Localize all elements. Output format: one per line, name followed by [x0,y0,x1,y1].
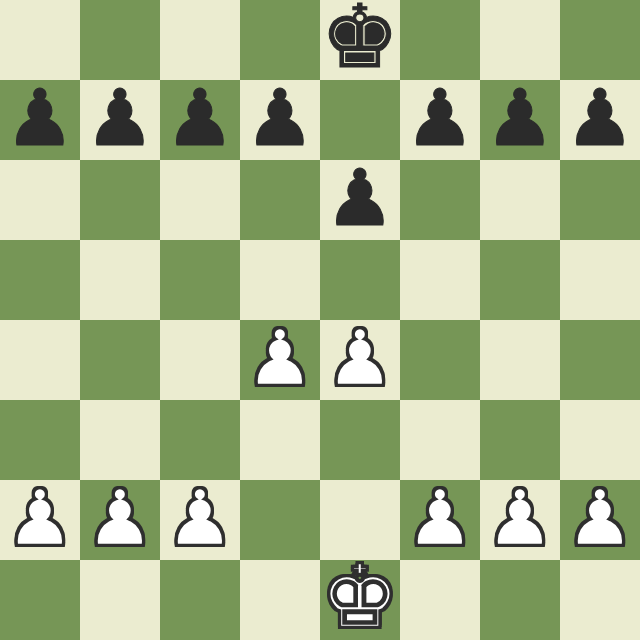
square-b1[interactable] [80,560,160,640]
square-a8[interactable] [0,0,80,80]
square-e3[interactable] [320,400,400,480]
square-a2[interactable]: ♟ [0,480,80,560]
square-h6[interactable] [560,160,640,240]
square-b5[interactable] [80,240,160,320]
square-g5[interactable] [480,240,560,320]
square-f3[interactable] [400,400,480,480]
square-b3[interactable] [80,400,160,480]
square-c7[interactable]: ♟ [160,80,240,160]
square-e4[interactable]: ♟ [320,320,400,400]
black-pawn-icon[interactable]: ♟ [325,159,395,237]
square-f7[interactable]: ♟ [400,80,480,160]
square-c1[interactable] [160,560,240,640]
square-b8[interactable] [80,0,160,80]
white-pawn-icon[interactable]: ♟ [485,479,555,557]
black-pawn-icon[interactable]: ♟ [485,79,555,157]
white-pawn-icon[interactable]: ♟ [325,319,395,397]
square-e8[interactable]: ♚ [320,0,400,80]
square-e1[interactable]: ♚ [320,560,400,640]
square-h3[interactable] [560,400,640,480]
square-g7[interactable]: ♟ [480,80,560,160]
square-g6[interactable] [480,160,560,240]
square-b2[interactable]: ♟ [80,480,160,560]
black-pawn-icon[interactable]: ♟ [85,79,155,157]
square-g8[interactable] [480,0,560,80]
square-d5[interactable] [240,240,320,320]
white-pawn-icon[interactable]: ♟ [245,319,315,397]
square-e5[interactable] [320,240,400,320]
black-pawn-icon[interactable]: ♟ [245,79,315,157]
white-pawn-icon[interactable]: ♟ [565,479,635,557]
square-c5[interactable] [160,240,240,320]
square-g1[interactable] [480,560,560,640]
square-a4[interactable] [0,320,80,400]
square-a3[interactable] [0,400,80,480]
square-b4[interactable] [80,320,160,400]
chess-board: ♚♟♟♟♟♟♟♟♟♟♟♟♟♟♟♟♟♚ [0,0,640,640]
black-pawn-icon[interactable]: ♟ [565,79,635,157]
square-f4[interactable] [400,320,480,400]
square-h7[interactable]: ♟ [560,80,640,160]
square-a1[interactable] [0,560,80,640]
square-d3[interactable] [240,400,320,480]
black-pawn-icon[interactable]: ♟ [165,79,235,157]
square-c2[interactable]: ♟ [160,480,240,560]
square-h4[interactable] [560,320,640,400]
square-c3[interactable] [160,400,240,480]
square-d2[interactable] [240,480,320,560]
square-h2[interactable]: ♟ [560,480,640,560]
square-b6[interactable] [80,160,160,240]
square-a5[interactable] [0,240,80,320]
black-king-icon[interactable]: ♚ [321,0,400,81]
white-pawn-icon[interactable]: ♟ [5,479,75,557]
white-king-icon[interactable]: ♚ [321,553,400,640]
white-pawn-icon[interactable]: ♟ [85,479,155,557]
black-pawn-icon[interactable]: ♟ [5,79,75,157]
square-d6[interactable] [240,160,320,240]
square-c4[interactable] [160,320,240,400]
square-h8[interactable] [560,0,640,80]
square-d7[interactable]: ♟ [240,80,320,160]
square-h1[interactable] [560,560,640,640]
square-f8[interactable] [400,0,480,80]
square-b7[interactable]: ♟ [80,80,160,160]
square-f5[interactable] [400,240,480,320]
white-pawn-icon[interactable]: ♟ [165,479,235,557]
square-a6[interactable] [0,160,80,240]
square-d4[interactable]: ♟ [240,320,320,400]
black-pawn-icon[interactable]: ♟ [405,79,475,157]
square-f2[interactable]: ♟ [400,480,480,560]
square-a7[interactable]: ♟ [0,80,80,160]
square-f6[interactable] [400,160,480,240]
square-g3[interactable] [480,400,560,480]
square-c6[interactable] [160,160,240,240]
square-d1[interactable] [240,560,320,640]
square-g2[interactable]: ♟ [480,480,560,560]
square-c8[interactable] [160,0,240,80]
square-h5[interactable] [560,240,640,320]
white-pawn-icon[interactable]: ♟ [405,479,475,557]
square-g4[interactable] [480,320,560,400]
square-f1[interactable] [400,560,480,640]
square-d8[interactable] [240,0,320,80]
square-e7[interactable] [320,80,400,160]
square-e6[interactable]: ♟ [320,160,400,240]
